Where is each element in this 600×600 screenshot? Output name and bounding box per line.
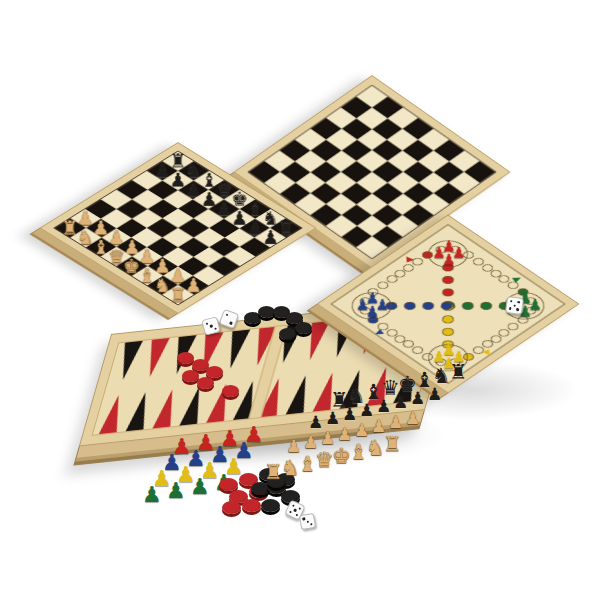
loose-pawn-green: ♟ — [142, 484, 162, 506]
die-pip — [293, 508, 296, 511]
backgammon-point — [99, 394, 128, 434]
die-pip — [516, 308, 519, 311]
loose-pawn-green: ♟ — [190, 476, 210, 498]
die-pip — [295, 513, 298, 516]
backgammon-red-checker — [182, 370, 199, 382]
loose-chess-wood-n: ♞ — [366, 438, 385, 459]
loose-chess-wood-b: ♝ — [349, 442, 368, 463]
die-pip — [517, 301, 520, 304]
ludo-home-circle-yellow — [440, 314, 457, 326]
loose-red-checker — [242, 499, 261, 512]
ludo-home-circle-blue — [401, 300, 418, 312]
backgammon-point — [179, 386, 208, 426]
loose-red-checker — [222, 501, 241, 514]
loose-chess-wood-r: ♜ — [264, 462, 283, 483]
loose-chess-black-p: ♟ — [427, 386, 442, 403]
ludo-home-circle-green — [478, 300, 495, 312]
loose-red-checker — [219, 478, 238, 491]
loose-chess-black-r: ♜ — [449, 362, 468, 383]
loose-black-checker — [261, 499, 280, 512]
ludo-home-circle-green — [459, 300, 476, 312]
backgammon-black-checker — [258, 306, 275, 318]
backgammon-point — [152, 389, 181, 429]
die-pip — [209, 324, 212, 327]
die-pip — [205, 322, 208, 325]
backgammon-black-checker — [279, 328, 296, 340]
die-pip — [298, 507, 301, 510]
product-photo-scene: ♜♞♝♛♚♝♞♜♟♟♟♟♟♟♟♟♟♟♟♟♟♟♟♟♜♞♝♛♚♝♞♜ ♟♟♟♟♟♟♟… — [0, 0, 600, 600]
backgammon-point — [114, 341, 143, 381]
loose-chess-wood-k: ♚ — [332, 446, 351, 467]
chess-piece-wood-r: ♜ — [169, 285, 186, 304]
loose-chess-wood-q: ♛ — [315, 450, 334, 471]
backgammon-point — [141, 338, 170, 378]
backgammon-red-checker — [206, 366, 223, 378]
loose-die — [299, 513, 316, 530]
die-pip — [510, 300, 513, 303]
loose-chess-black-p: ♟ — [410, 390, 425, 407]
loose-chess-wood-n: ♞ — [281, 458, 300, 479]
loose-chess-wood-p: ♟ — [405, 410, 420, 427]
ludo-pawn-red: ♟ — [442, 253, 455, 268]
die-pip — [292, 504, 295, 507]
backgammon-red-checker — [177, 352, 194, 364]
die-pip — [306, 520, 309, 523]
die-pip — [225, 313, 228, 316]
backgammon-point — [286, 374, 315, 414]
backgammon-point — [125, 391, 154, 431]
ludo-home-circle-blue — [420, 300, 437, 312]
backgammon-point — [221, 329, 250, 369]
die-pip — [229, 322, 232, 325]
ludo-home-circle-yellow — [440, 326, 457, 338]
ludo-pawn-blue: ♟ — [366, 305, 379, 320]
loose-pawn-green: ♟ — [166, 480, 186, 502]
die-pip — [509, 307, 512, 310]
ludo-arrow-yellow — [483, 349, 494, 356]
backgammon-red-checker — [222, 385, 239, 397]
die-pip — [513, 304, 516, 307]
backgammon-red-checker — [197, 377, 214, 389]
die-pip — [289, 510, 292, 513]
die-pip — [302, 518, 305, 521]
loose-chess-wood-r: ♜ — [383, 434, 402, 455]
ludo-home-circle-red — [440, 274, 457, 286]
die-pip — [214, 327, 217, 330]
die-pip — [310, 523, 313, 526]
loose-chess-wood-p: ♟ — [388, 414, 403, 431]
ludo-home-circle-red — [440, 287, 457, 299]
ludo-die — [505, 296, 524, 315]
backgammon-black-checker — [295, 322, 312, 334]
loose-chess-wood-b: ♝ — [298, 454, 317, 475]
